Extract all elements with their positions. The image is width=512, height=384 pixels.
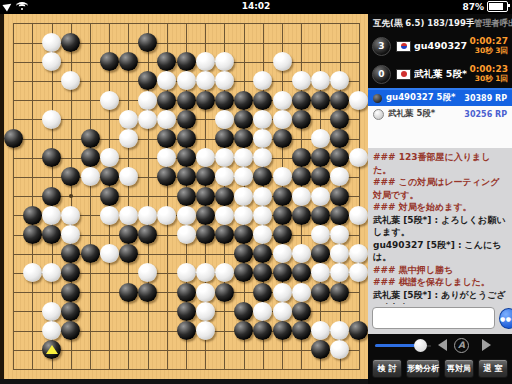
white-stone xyxy=(196,71,215,90)
white-stone xyxy=(234,187,253,206)
rematch-button[interactable]: 再対局 xyxy=(444,359,474,378)
battery-icon xyxy=(487,1,508,12)
white-stone xyxy=(215,110,234,129)
black-stone xyxy=(292,167,311,186)
white-stone xyxy=(330,244,349,263)
autoplay-icon[interactable]: A xyxy=(454,338,469,353)
black-stone xyxy=(81,244,100,263)
clock-time: 14:02 xyxy=(0,1,512,11)
white-stone xyxy=(119,167,138,186)
black-stone xyxy=(234,244,253,263)
chat-message: 武礼葉 [5段*] : よろしくお願いします。 xyxy=(373,214,507,239)
chat-message: 武礼葉 [5段*] : ありがとうございました。 xyxy=(373,289,507,305)
black-stone xyxy=(311,340,330,359)
white-stone xyxy=(253,129,272,148)
white-stone xyxy=(100,244,119,263)
rating-points: 30256 RP xyxy=(464,110,507,119)
black-stone xyxy=(292,206,311,225)
chat-input-row: ●●● xyxy=(368,304,512,334)
white-stone xyxy=(157,110,176,129)
white-stone xyxy=(253,148,272,167)
black-stone xyxy=(311,91,330,110)
white-stone xyxy=(215,206,234,225)
white-stone xyxy=(196,263,215,282)
white-stone xyxy=(100,206,119,225)
white-stone xyxy=(253,110,272,129)
black-stone xyxy=(292,148,311,167)
rating-points: 30389 RP xyxy=(464,94,507,103)
black-stone xyxy=(100,52,119,71)
black-stone xyxy=(273,206,292,225)
white-stone xyxy=(253,187,272,206)
battery-percent: 87% xyxy=(462,2,484,12)
black-stone xyxy=(292,302,311,321)
black-stone xyxy=(330,110,349,129)
black-stone xyxy=(119,283,138,302)
white-stone xyxy=(349,148,368,167)
white-stone xyxy=(234,148,253,167)
white-stone xyxy=(157,71,176,90)
black-stone xyxy=(349,321,368,340)
black-stone xyxy=(253,283,272,302)
black-stone xyxy=(138,283,157,302)
board-bottom-edge xyxy=(0,379,368,384)
black-stone xyxy=(273,187,292,206)
black-stone xyxy=(119,52,138,71)
black-stone xyxy=(177,187,196,206)
white-stone xyxy=(215,167,234,186)
white-stone xyxy=(273,302,292,321)
black-stone xyxy=(138,225,157,244)
korea-flag-icon xyxy=(396,41,411,52)
white-stone-icon xyxy=(373,109,384,120)
black-stone xyxy=(61,167,80,186)
black-stone xyxy=(311,283,330,302)
rating-row-selected[interactable]: gu490327 5段* 30389 RP xyxy=(368,90,512,106)
black-stone xyxy=(234,129,253,148)
player-rating-list: gu490327 5段* 30389 RP 武礼葉 5段* 30256 RP xyxy=(368,88,512,148)
black-stone xyxy=(253,244,272,263)
white-stone xyxy=(138,263,157,282)
white-stone xyxy=(234,206,253,225)
game-info-header: 互先(黒 6.5) 183/199手 管理者呼出 xyxy=(368,14,512,32)
white-stone xyxy=(273,52,292,71)
white-stone xyxy=(138,91,157,110)
black-stone xyxy=(61,244,80,263)
white-stone xyxy=(292,71,311,90)
white-stone xyxy=(157,206,176,225)
go-board[interactable] xyxy=(0,14,368,384)
black-stone xyxy=(23,206,42,225)
black-stone xyxy=(177,91,196,110)
white-stone xyxy=(349,244,368,263)
call-admin-button[interactable]: 管理者呼出 xyxy=(474,18,512,30)
white-stone xyxy=(253,71,272,90)
action-button-row: 検 討形勢分析再対局退 室 xyxy=(368,356,512,384)
white-stone xyxy=(311,71,330,90)
black-stone xyxy=(157,52,176,71)
black-stone xyxy=(330,148,349,167)
black-stone xyxy=(330,91,349,110)
black-stone xyxy=(4,129,23,148)
white-stone xyxy=(292,187,311,206)
black-stone xyxy=(61,263,80,282)
black-stone xyxy=(177,321,196,340)
black-stone xyxy=(81,148,100,167)
rating-row[interactable]: 武礼葉 5段* 30256 RP xyxy=(368,106,512,122)
white-stone xyxy=(273,244,292,263)
black-stone xyxy=(253,91,272,110)
black-stone xyxy=(273,263,292,282)
black-stone xyxy=(61,283,80,302)
black-stone xyxy=(330,129,349,148)
white-stone xyxy=(330,321,349,340)
white-stone xyxy=(196,52,215,71)
white-stone xyxy=(177,263,196,282)
black-stone xyxy=(253,263,272,282)
star-point xyxy=(69,194,73,198)
black-stone xyxy=(253,321,272,340)
white-stone xyxy=(100,148,119,167)
black-stone xyxy=(157,129,176,148)
black-stone xyxy=(234,91,253,110)
black-stone xyxy=(234,225,253,244)
white-stone xyxy=(215,263,234,282)
replay-controls: A xyxy=(368,334,512,356)
black-stone xyxy=(177,302,196,321)
white-stone xyxy=(42,110,61,129)
black-byoyomi: 30秒 3回 xyxy=(469,47,508,55)
white-stone xyxy=(349,91,368,110)
black-stone xyxy=(273,321,292,340)
white-stone xyxy=(42,33,61,52)
white-stone xyxy=(311,263,330,282)
white-stone xyxy=(42,52,61,71)
black-stone xyxy=(234,302,253,321)
black-stone xyxy=(61,321,80,340)
black-stone xyxy=(42,225,61,244)
black-stone xyxy=(177,167,196,186)
white-stone xyxy=(42,263,61,282)
side-panel: 互先(黒 6.5) 183/199手 管理者呼出 3 gu490327 5段* … xyxy=(368,14,512,384)
white-stone xyxy=(119,206,138,225)
black-stone xyxy=(138,71,157,90)
step-forward-icon[interactable] xyxy=(482,339,491,351)
white-stone xyxy=(42,206,61,225)
black-stone xyxy=(157,167,176,186)
black-stone xyxy=(157,91,176,110)
chat-message: ### 黒中押し勝ち xyxy=(373,264,507,277)
white-stone xyxy=(349,263,368,282)
black-stone xyxy=(311,206,330,225)
white-stone xyxy=(273,167,292,186)
player-row-white: 0 武礼葉 5段* 0:00:23 30秒 1回 xyxy=(368,60,512,88)
review-button[interactable]: 検 討 xyxy=(372,359,402,378)
white-stone xyxy=(330,167,349,186)
white-captures-badge: 0 xyxy=(372,65,391,84)
white-stone xyxy=(215,148,234,167)
black-stone xyxy=(23,225,42,244)
black-stone xyxy=(196,225,215,244)
player-row-black: 3 gu490327 5段* 0:00:27 30秒 3回 xyxy=(368,32,512,60)
white-stone xyxy=(42,302,61,321)
white-stone xyxy=(273,110,292,129)
black-stone xyxy=(196,187,215,206)
white-stone xyxy=(157,148,176,167)
chat-log[interactable]: ### 123番部屋に入りました。### この対局はレーティング対局です。###… xyxy=(368,148,512,304)
black-stone xyxy=(196,206,215,225)
black-stone xyxy=(273,129,292,148)
white-stone xyxy=(177,71,196,90)
black-stone xyxy=(215,91,234,110)
black-stone xyxy=(311,148,330,167)
white-stone xyxy=(177,225,196,244)
black-stone xyxy=(177,52,196,71)
white-stone xyxy=(61,225,80,244)
black-stone xyxy=(177,283,196,302)
analysis-button[interactable]: 形勢分析 xyxy=(406,359,440,378)
board-left-edge xyxy=(0,14,4,384)
black-stone xyxy=(100,167,119,186)
black-stone xyxy=(311,167,330,186)
black-stone xyxy=(196,91,215,110)
white-stone xyxy=(61,71,80,90)
chat-input[interactable] xyxy=(372,307,495,329)
white-stone xyxy=(196,148,215,167)
white-stone xyxy=(253,302,272,321)
status-bar: 14:02 87% xyxy=(0,0,512,14)
white-stone xyxy=(349,206,368,225)
white-stone xyxy=(215,71,234,90)
black-stone xyxy=(177,129,196,148)
white-stone xyxy=(311,225,330,244)
white-stone xyxy=(273,91,292,110)
black-stone xyxy=(81,129,100,148)
chat-message: ### 棋譜を保存しました。 xyxy=(373,276,507,289)
slider-knob[interactable] xyxy=(414,339,427,352)
black-stone xyxy=(196,167,215,186)
black-stone xyxy=(234,321,253,340)
black-captures-badge: 3 xyxy=(372,37,391,56)
black-stone xyxy=(273,225,292,244)
black-stone xyxy=(330,283,349,302)
white-stone xyxy=(330,71,349,90)
black-stone xyxy=(215,225,234,244)
white-stone xyxy=(273,283,292,302)
white-stone xyxy=(253,206,272,225)
white-stone xyxy=(292,283,311,302)
chat-message: ### 対局を始めます。 xyxy=(373,201,507,214)
send-message-button[interactable]: ●●● xyxy=(499,308,512,329)
black-stone xyxy=(292,91,311,110)
chat-message: gu490327 [5段*] : こんにちは。 xyxy=(373,239,507,264)
white-stone xyxy=(196,321,215,340)
black-stone xyxy=(311,244,330,263)
game-rules-moves: 互先(黒 6.5) 183/199手 xyxy=(373,18,474,30)
black-stone-icon xyxy=(373,94,382,103)
black-stone xyxy=(119,225,138,244)
white-stone xyxy=(253,225,272,244)
white-stone xyxy=(330,340,349,359)
white-stone xyxy=(61,206,80,225)
white-stone xyxy=(330,225,349,244)
black-stone xyxy=(292,110,311,129)
white-stone xyxy=(330,263,349,282)
black-stone xyxy=(138,33,157,52)
white-stone xyxy=(138,110,157,129)
white-stone xyxy=(177,206,196,225)
black-stone xyxy=(234,263,253,282)
white-stone xyxy=(311,321,330,340)
last-move-marker xyxy=(46,345,58,354)
black-stone xyxy=(100,187,119,206)
black-stone xyxy=(215,187,234,206)
white-stone xyxy=(23,263,42,282)
black-stone xyxy=(177,148,196,167)
black-stone xyxy=(292,263,311,282)
white-stone xyxy=(196,283,215,302)
japan-flag-icon xyxy=(396,69,411,80)
white-byoyomi: 30秒 1回 xyxy=(469,75,508,83)
leave-room-button[interactable]: 退 室 xyxy=(478,359,508,378)
white-stone xyxy=(196,302,215,321)
white-player-name: 武礼葉 5段* xyxy=(414,68,469,81)
black-player-name: gu490327 5段* xyxy=(414,40,469,53)
move-slider[interactable] xyxy=(375,339,431,352)
chat-message: ### 123番部屋に入りました。 xyxy=(373,151,507,176)
black-stone xyxy=(330,206,349,225)
chat-message: ### この対局はレーティング対局です。 xyxy=(373,176,507,201)
white-stone xyxy=(311,187,330,206)
black-stone xyxy=(215,283,234,302)
black-stone xyxy=(42,148,61,167)
white-stone xyxy=(215,52,234,71)
white-stone xyxy=(81,167,100,186)
step-back-icon[interactable] xyxy=(438,339,447,351)
black-stone xyxy=(330,187,349,206)
white-stone xyxy=(292,244,311,263)
black-stone xyxy=(177,110,196,129)
black-stone xyxy=(215,129,234,148)
white-stone xyxy=(42,321,61,340)
black-stone xyxy=(61,33,80,52)
white-stone xyxy=(311,129,330,148)
white-stone xyxy=(138,206,157,225)
black-stone xyxy=(119,244,138,263)
black-stone xyxy=(253,167,272,186)
white-stone xyxy=(100,91,119,110)
black-stone xyxy=(61,302,80,321)
white-stone xyxy=(234,167,253,186)
white-stone xyxy=(119,110,138,129)
black-stone xyxy=(292,321,311,340)
white-stone xyxy=(119,129,138,148)
black-stone xyxy=(42,187,61,206)
black-stone xyxy=(234,110,253,129)
